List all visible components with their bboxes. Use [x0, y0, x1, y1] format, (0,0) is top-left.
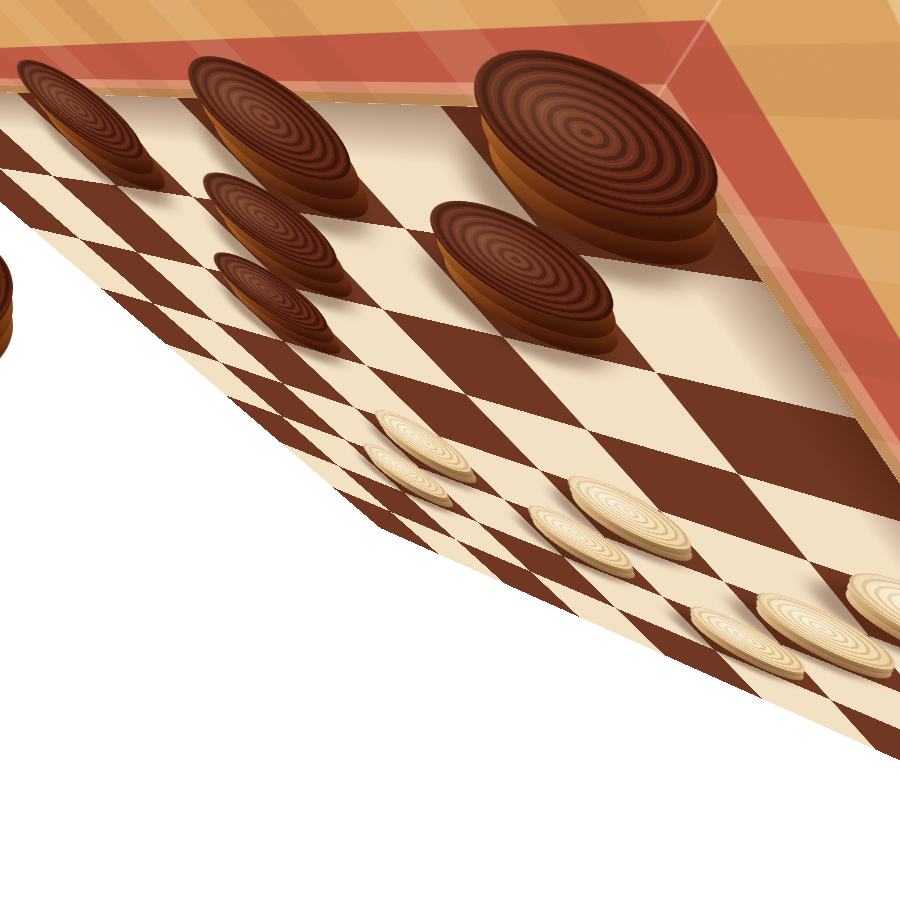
- board-photo-stage: Angled close-up photo of a wooden checke…: [0, 0, 900, 900]
